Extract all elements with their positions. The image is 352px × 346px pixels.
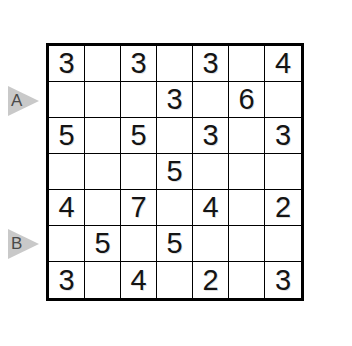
cell-r5c4[interactable]: [157, 190, 193, 226]
cell-r3c3[interactable]: 5: [121, 118, 157, 154]
cell-r2c3[interactable]: [121, 82, 157, 118]
cell-r1c3[interactable]: 3: [121, 46, 157, 82]
cell-r4c2[interactable]: [85, 154, 121, 190]
row-marker-b-label: B: [11, 234, 22, 254]
puzzle-grid: 333436553354742553423: [46, 43, 304, 301]
cell-r3c1[interactable]: 5: [49, 118, 85, 154]
cell-r6c6[interactable]: [229, 226, 265, 262]
cell-r7c3[interactable]: 4: [121, 262, 157, 298]
cell-r2c6[interactable]: 6: [229, 82, 265, 118]
cell-r6c7[interactable]: [265, 226, 301, 262]
cell-r1c7[interactable]: 4: [265, 46, 301, 82]
cell-r3c4[interactable]: [157, 118, 193, 154]
cell-r2c7[interactable]: [265, 82, 301, 118]
cell-r5c3[interactable]: 7: [121, 190, 157, 226]
cell-r6c3[interactable]: [121, 226, 157, 262]
cell-r7c7[interactable]: 3: [265, 262, 301, 298]
cell-r6c1[interactable]: [49, 226, 85, 262]
cell-r1c4[interactable]: [157, 46, 193, 82]
cell-r2c2[interactable]: [85, 82, 121, 118]
cell-r5c2[interactable]: [85, 190, 121, 226]
cell-r3c5[interactable]: 3: [193, 118, 229, 154]
row-marker-a: A: [8, 86, 39, 116]
cell-r7c4[interactable]: [157, 262, 193, 298]
cell-r1c5[interactable]: 3: [193, 46, 229, 82]
cell-r2c5[interactable]: [193, 82, 229, 118]
cell-r1c2[interactable]: [85, 46, 121, 82]
cell-r7c6[interactable]: [229, 262, 265, 298]
row-marker-b: B: [8, 229, 39, 259]
cell-r4c6[interactable]: [229, 154, 265, 190]
cell-r2c1[interactable]: [49, 82, 85, 118]
cell-r7c2[interactable]: [85, 262, 121, 298]
cell-r4c1[interactable]: [49, 154, 85, 190]
cell-r4c7[interactable]: [265, 154, 301, 190]
cell-r5c6[interactable]: [229, 190, 265, 226]
cell-r1c1[interactable]: 3: [49, 46, 85, 82]
puzzle-page: A B 333436553354742553423: [0, 0, 352, 346]
cell-r6c4[interactable]: 5: [157, 226, 193, 262]
cell-r5c7[interactable]: 2: [265, 190, 301, 226]
cell-r5c1[interactable]: 4: [49, 190, 85, 226]
cell-r5c5[interactable]: 4: [193, 190, 229, 226]
cell-r4c5[interactable]: [193, 154, 229, 190]
cell-r6c2[interactable]: 5: [85, 226, 121, 262]
cell-r4c4[interactable]: 5: [157, 154, 193, 190]
cell-r3c2[interactable]: [85, 118, 121, 154]
cell-r7c1[interactable]: 3: [49, 262, 85, 298]
cell-r1c6[interactable]: [229, 46, 265, 82]
cell-r6c5[interactable]: [193, 226, 229, 262]
cell-r7c5[interactable]: 2: [193, 262, 229, 298]
cell-r3c7[interactable]: 3: [265, 118, 301, 154]
cell-r3c6[interactable]: [229, 118, 265, 154]
cell-r2c4[interactable]: 3: [157, 82, 193, 118]
row-marker-a-label: A: [11, 91, 22, 111]
cell-r4c3[interactable]: [121, 154, 157, 190]
